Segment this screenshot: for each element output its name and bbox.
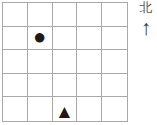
board-cell-r2c0	[3, 50, 28, 74]
triangle-piece: ▲	[55, 102, 74, 121]
board-cell-r2c4	[102, 50, 127, 74]
board-cell-r3c1	[28, 74, 53, 98]
board-cell-r4c0	[3, 97, 28, 121]
board-cell-r3c2	[53, 74, 78, 98]
board-cell-r4c2: ▲	[53, 97, 78, 121]
board-cell-r1c1: ●	[28, 27, 53, 51]
board-cell-r0c1	[28, 3, 53, 27]
north-label: 北	[135, 0, 157, 16]
compass: 北 ↑	[135, 0, 157, 40]
grid-board: ●▲	[2, 2, 128, 122]
board-cell-r4c4	[102, 97, 127, 121]
board-cell-r1c0	[3, 27, 28, 51]
map-diagram: ●▲ 北 ↑	[0, 0, 157, 125]
board-cell-r0c2	[53, 3, 78, 27]
board-cell-r3c3	[77, 74, 102, 98]
north-arrow-icon: ↑	[135, 16, 157, 40]
board-cell-r4c1	[28, 97, 53, 121]
board-cell-r0c4	[102, 3, 127, 27]
board-cell-r2c2	[53, 50, 78, 74]
board-cell-r2c1	[28, 50, 53, 74]
circle-piece: ●	[33, 27, 46, 48]
board-cell-r0c0	[3, 3, 28, 27]
board-cell-r1c2	[53, 27, 78, 51]
board-cell-r2c3	[77, 50, 102, 74]
board-cell-r0c3	[77, 3, 102, 27]
board-cell-r3c4	[102, 74, 127, 98]
board-cell-r1c4	[102, 27, 127, 51]
board-cell-r3c0	[3, 74, 28, 98]
board-cell-r1c3	[77, 27, 102, 51]
board-cell-r4c3	[77, 97, 102, 121]
